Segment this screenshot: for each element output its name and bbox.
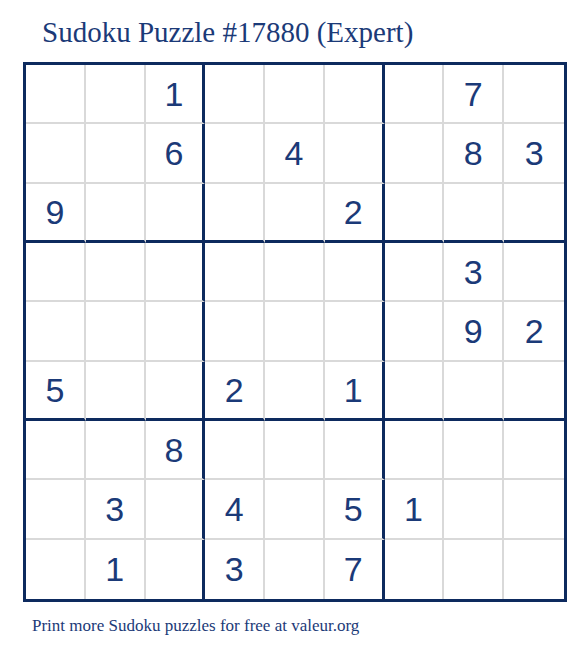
cell-r2c4 xyxy=(205,124,265,183)
cell-r2c6 xyxy=(325,124,385,183)
cell-r2c7 xyxy=(385,124,445,183)
cell-r5c7 xyxy=(385,302,445,361)
cell-r7c5 xyxy=(265,421,325,480)
cell-r8c2: 3 xyxy=(86,480,146,539)
cell-r7c3: 8 xyxy=(146,421,206,480)
cell-r6c8 xyxy=(444,362,504,421)
cell-r1c9 xyxy=(504,65,564,124)
cell-r8c8 xyxy=(444,480,504,539)
cell-r9c9 xyxy=(504,540,564,599)
cell-r3c5 xyxy=(265,184,325,243)
cell-r5c1 xyxy=(26,302,86,361)
footer-note: Print more Sudoku puzzles for free at va… xyxy=(32,616,359,636)
cell-r2c8: 8 xyxy=(444,124,504,183)
cell-r8c7: 1 xyxy=(385,480,445,539)
cell-r7c1 xyxy=(26,421,86,480)
cell-r5c5 xyxy=(265,302,325,361)
cell-r4c9 xyxy=(504,243,564,302)
cell-r9c4: 3 xyxy=(205,540,265,599)
cell-r3c3 xyxy=(146,184,206,243)
cell-r8c4: 4 xyxy=(205,480,265,539)
cell-r8c9 xyxy=(504,480,564,539)
cell-r1c2 xyxy=(86,65,146,124)
cell-r4c7 xyxy=(385,243,445,302)
cell-r6c3 xyxy=(146,362,206,421)
cell-r6c2 xyxy=(86,362,146,421)
cell-r7c8 xyxy=(444,421,504,480)
cell-r4c4 xyxy=(205,243,265,302)
sudoku-grid: 1764839239252183451137 xyxy=(23,62,567,602)
cell-r2c9: 3 xyxy=(504,124,564,183)
cell-r3c8 xyxy=(444,184,504,243)
cell-r1c5 xyxy=(265,65,325,124)
cell-r1c8: 7 xyxy=(444,65,504,124)
cell-r3c6: 2 xyxy=(325,184,385,243)
cell-r8c3 xyxy=(146,480,206,539)
cell-r6c7 xyxy=(385,362,445,421)
page-title: Sudoku Puzzle #17880 (Expert) xyxy=(42,16,413,49)
cell-r6c5 xyxy=(265,362,325,421)
cell-r4c2 xyxy=(86,243,146,302)
cell-r6c9 xyxy=(504,362,564,421)
cell-r8c5 xyxy=(265,480,325,539)
cell-r3c1: 9 xyxy=(26,184,86,243)
cell-r3c2 xyxy=(86,184,146,243)
cell-r4c1 xyxy=(26,243,86,302)
cell-r1c1 xyxy=(26,65,86,124)
cell-r5c2 xyxy=(86,302,146,361)
cell-r2c3: 6 xyxy=(146,124,206,183)
cell-r5c9: 2 xyxy=(504,302,564,361)
cell-r2c1 xyxy=(26,124,86,183)
cell-r4c3 xyxy=(146,243,206,302)
cell-r6c6: 1 xyxy=(325,362,385,421)
cell-r7c4 xyxy=(205,421,265,480)
cell-r5c8: 9 xyxy=(444,302,504,361)
cell-r7c9 xyxy=(504,421,564,480)
cell-r8c6: 5 xyxy=(325,480,385,539)
cell-r1c4 xyxy=(205,65,265,124)
cell-r9c8 xyxy=(444,540,504,599)
cell-r5c6 xyxy=(325,302,385,361)
cell-r7c7 xyxy=(385,421,445,480)
cell-r5c4 xyxy=(205,302,265,361)
cell-r7c2 xyxy=(86,421,146,480)
cell-r7c6 xyxy=(325,421,385,480)
cell-r9c1 xyxy=(26,540,86,599)
cell-r9c2: 1 xyxy=(86,540,146,599)
cell-r9c3 xyxy=(146,540,206,599)
cell-r9c5 xyxy=(265,540,325,599)
cell-r3c7 xyxy=(385,184,445,243)
cell-r2c5: 4 xyxy=(265,124,325,183)
cell-r5c3 xyxy=(146,302,206,361)
cell-r6c1: 5 xyxy=(26,362,86,421)
cell-r2c2 xyxy=(86,124,146,183)
cell-r1c3: 1 xyxy=(146,65,206,124)
cell-r9c6: 7 xyxy=(325,540,385,599)
cell-r4c5 xyxy=(265,243,325,302)
cell-r9c7 xyxy=(385,540,445,599)
cell-r3c4 xyxy=(205,184,265,243)
cell-r1c7 xyxy=(385,65,445,124)
cell-r1c6 xyxy=(325,65,385,124)
cell-r3c9 xyxy=(504,184,564,243)
cell-r6c4: 2 xyxy=(205,362,265,421)
cell-r4c8: 3 xyxy=(444,243,504,302)
cell-r8c1 xyxy=(26,480,86,539)
cell-r4c6 xyxy=(325,243,385,302)
